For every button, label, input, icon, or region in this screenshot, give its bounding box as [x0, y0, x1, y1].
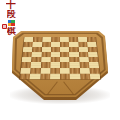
- brand-logo-icon: [8, 20, 15, 26]
- brand-red-seal: [2, 24, 7, 29]
- square-h1: [90, 74, 101, 80]
- square-b1: [30, 74, 40, 80]
- square-f1: [70, 74, 80, 80]
- brand-char-1: 十: [6, 0, 16, 10]
- product-photo-stage: 十 段 棋: [0, 0, 120, 120]
- brand-char-2: 段: [7, 10, 16, 19]
- chessboard-grid: [19, 37, 101, 80]
- square-d1: [50, 74, 60, 80]
- brand-watermark: 十 段 棋: [4, 0, 18, 36]
- brand-char-3: 棋: [7, 27, 16, 36]
- square-g1: [80, 74, 90, 80]
- square-a1: [20, 74, 31, 80]
- square-c1: [40, 74, 50, 80]
- square-e1: [60, 74, 70, 80]
- logo-dot-red: [11, 23, 15, 26]
